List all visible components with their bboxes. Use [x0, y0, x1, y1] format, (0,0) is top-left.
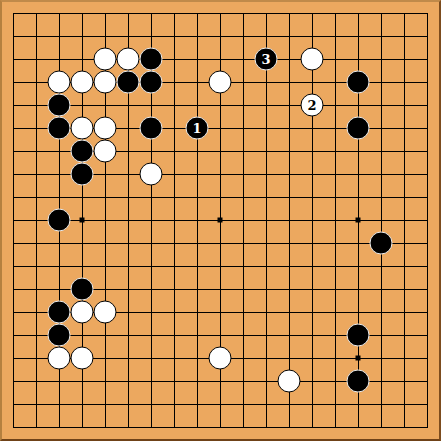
move-number-label: 1	[192, 122, 201, 135]
black-stone[interactable]	[48, 117, 71, 140]
white-stone[interactable]: 2	[301, 94, 324, 117]
black-stone[interactable]	[71, 278, 94, 301]
black-stone[interactable]	[48, 324, 71, 347]
black-stone[interactable]	[48, 301, 71, 324]
black-stone[interactable]	[71, 140, 94, 163]
black-stone[interactable]: 1	[186, 117, 209, 140]
black-stone[interactable]	[370, 232, 393, 255]
white-stone[interactable]	[209, 347, 232, 370]
black-stone[interactable]	[117, 71, 140, 94]
black-stone[interactable]	[347, 324, 370, 347]
star-point	[356, 356, 361, 361]
white-stone[interactable]	[140, 163, 163, 186]
black-stone[interactable]	[48, 94, 71, 117]
white-stone[interactable]	[301, 48, 324, 71]
star-point	[218, 218, 223, 223]
move-number-label: 3	[261, 53, 270, 66]
white-stone[interactable]	[94, 117, 117, 140]
star-point	[356, 218, 361, 223]
white-stone[interactable]	[71, 347, 94, 370]
black-stone[interactable]: 3	[255, 48, 278, 71]
black-stone[interactable]	[140, 117, 163, 140]
black-stone[interactable]	[140, 48, 163, 71]
white-stone[interactable]	[71, 117, 94, 140]
black-stone[interactable]	[71, 163, 94, 186]
white-stone[interactable]	[48, 347, 71, 370]
black-stone[interactable]	[140, 71, 163, 94]
white-stone[interactable]	[94, 48, 117, 71]
white-stone[interactable]	[94, 140, 117, 163]
black-stone[interactable]	[347, 117, 370, 140]
white-stone[interactable]	[71, 301, 94, 324]
black-stone[interactable]	[347, 71, 370, 94]
white-stone[interactable]	[48, 71, 71, 94]
white-stone[interactable]	[71, 71, 94, 94]
white-stone[interactable]	[209, 71, 232, 94]
star-point	[80, 218, 85, 223]
white-stone[interactable]	[278, 370, 301, 393]
white-stone[interactable]	[94, 301, 117, 324]
move-number-label: 2	[307, 99, 316, 112]
black-stone[interactable]	[347, 370, 370, 393]
white-stone[interactable]	[117, 48, 140, 71]
black-stone[interactable]	[48, 209, 71, 232]
go-board[interactable]: 321	[0, 0, 441, 441]
white-stone[interactable]	[94, 71, 117, 94]
